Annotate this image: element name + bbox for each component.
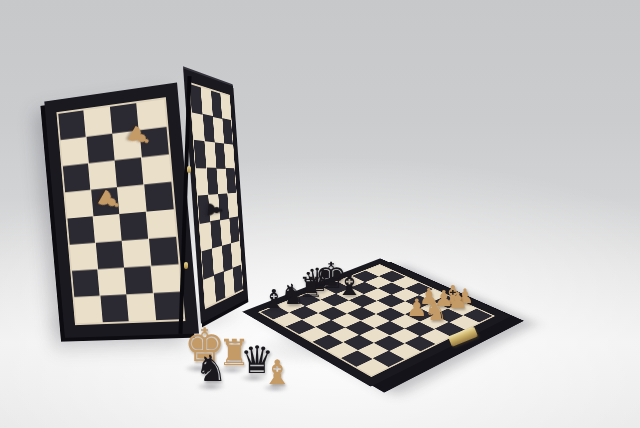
magnetic-black-pawn[interactable]: ♟ xyxy=(204,200,225,220)
table-white-bishop-piece[interactable]: ♝ xyxy=(262,355,292,389)
brass-hinge-icon xyxy=(187,166,191,173)
black-bishop-piece[interactable]: ♝ xyxy=(336,270,363,300)
white-pawn-piece[interactable]: ♟ xyxy=(448,290,468,312)
product-photo-stage: ♟ ♟ ♟ ♝ ♞ ♜ ♛ ♚ ♝ ♟ ♞ ♟ ♟ ♝ ♟ ♟ ♚ ♞ ♜ ♛ … xyxy=(0,0,640,428)
white-knight-piece[interactable]: ♞ xyxy=(424,298,447,324)
black-bishop-piece[interactable]: ♝ xyxy=(262,286,285,312)
brass-hinge-icon xyxy=(184,262,188,269)
table-black-knight-piece[interactable]: ♞ xyxy=(195,351,227,387)
